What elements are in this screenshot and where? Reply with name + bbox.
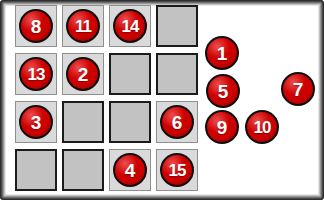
disc-number: 13 <box>28 66 45 83</box>
disc-number: 5 <box>218 82 229 101</box>
cell-r3c3[interactable] <box>109 101 151 143</box>
disc-number: 6 <box>172 113 183 132</box>
disc-4[interactable]: 4 <box>113 153 147 187</box>
cell-r4c1[interactable] <box>15 149 57 191</box>
cell-r3c4[interactable]: 6 <box>156 101 198 143</box>
cell-r4c4[interactable]: 15 <box>156 149 198 191</box>
disc-number: 3 <box>31 113 42 132</box>
cell-r2c1[interactable]: 13 <box>15 53 57 95</box>
disc-1[interactable]: 1 <box>205 36 239 70</box>
disc-15[interactable]: 15 <box>160 153 194 187</box>
cell-r1c4[interactable] <box>156 5 198 47</box>
disc-11[interactable]: 11 <box>66 9 100 43</box>
disc-2[interactable]: 2 <box>66 57 100 91</box>
disc-number: 14 <box>122 18 139 35</box>
disc-8[interactable]: 8 <box>19 9 53 43</box>
disc-number: 1 <box>217 44 228 63</box>
disc-5[interactable]: 5 <box>206 74 240 108</box>
disc-number: 11 <box>75 18 91 35</box>
cell-r4c2[interactable] <box>62 149 104 191</box>
disc-number: 10 <box>254 119 271 136</box>
cell-r4c3[interactable]: 4 <box>109 149 151 191</box>
cell-r3c1[interactable]: 3 <box>15 101 57 143</box>
disc-number: 15 <box>169 162 186 179</box>
disc-7[interactable]: 7 <box>281 72 315 106</box>
cell-r1c2[interactable]: 11 <box>62 5 104 47</box>
cell-r1c3[interactable]: 14 <box>109 5 151 47</box>
disc-number: 9 <box>217 118 228 137</box>
cell-r3c2[interactable] <box>62 101 104 143</box>
disc-10[interactable]: 10 <box>245 110 279 144</box>
board-grid: 8111413236415 <box>15 5 198 191</box>
cell-r2c2[interactable]: 2 <box>62 53 104 95</box>
disc-13[interactable]: 13 <box>19 57 53 91</box>
disc-number: 8 <box>31 17 42 36</box>
disc-9[interactable]: 9 <box>205 110 239 144</box>
disc-number: 7 <box>293 80 304 99</box>
cell-r2c3[interactable] <box>109 53 151 95</box>
cell-r1c1[interactable]: 8 <box>15 5 57 47</box>
puzzle-panel: 8111413236415 157910 <box>0 0 324 200</box>
disc-6[interactable]: 6 <box>160 105 194 139</box>
disc-number: 2 <box>78 65 89 84</box>
disc-3[interactable]: 3 <box>19 105 53 139</box>
disc-14[interactable]: 14 <box>113 9 147 43</box>
cell-r2c4[interactable] <box>156 53 198 95</box>
disc-number: 4 <box>125 161 136 180</box>
